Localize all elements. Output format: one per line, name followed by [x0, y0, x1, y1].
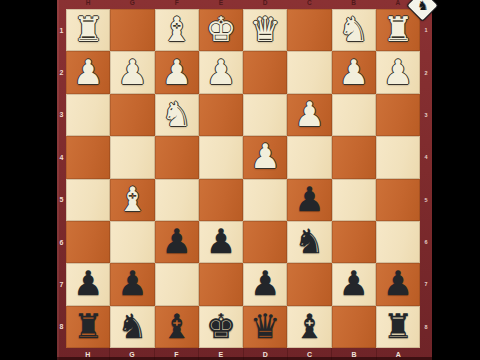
square-f8[interactable]: ♝ [155, 306, 199, 348]
black-pawn-g7: ♟ [117, 266, 147, 300]
rank-label-right-8: 8 [420, 306, 432, 348]
square-f5[interactable] [155, 179, 199, 221]
black-king-e8: ♚ [206, 309, 236, 343]
white-pawn-e2: ♟ [206, 55, 236, 89]
square-d5[interactable] [243, 179, 287, 221]
square-f1[interactable]: ♝ [155, 9, 199, 51]
rank-label-right-7: 7 [420, 263, 432, 305]
square-e4[interactable] [199, 136, 243, 178]
chess-board-frame: HGFEDCBA 12345678 ♜♝♚♛♞♜♟♟♟♟♟♟♞♟♟♝♟♟♟♞♟♟… [57, 0, 432, 360]
rank-label-right-2: 2 [420, 51, 432, 93]
black-pawn-c5: ♟ [294, 182, 324, 216]
white-queen-d1: ♛ [250, 12, 280, 46]
black-queen-d8: ♛ [250, 309, 280, 343]
square-d2[interactable] [243, 51, 287, 93]
square-c8[interactable]: ♝ [287, 306, 331, 348]
square-d4[interactable]: ♟ [243, 136, 287, 178]
square-h8[interactable]: ♜ [66, 306, 110, 348]
square-b3[interactable] [332, 94, 376, 136]
square-f4[interactable] [155, 136, 199, 178]
square-b1[interactable]: ♞ [332, 9, 376, 51]
file-label-bottom-f: F [154, 348, 198, 360]
square-d7[interactable]: ♟ [243, 263, 287, 305]
white-rook-a1: ♜ [383, 12, 413, 46]
square-a8[interactable]: ♜ [376, 306, 420, 348]
white-king-e1: ♚ [206, 12, 236, 46]
file-label-bottom-c: C [287, 348, 331, 360]
black-pawn-h7: ♟ [73, 266, 103, 300]
square-a3[interactable] [376, 94, 420, 136]
square-c7[interactable] [287, 263, 331, 305]
square-f3[interactable]: ♞ [155, 94, 199, 136]
square-a5[interactable] [376, 179, 420, 221]
square-a4[interactable] [376, 136, 420, 178]
rank-label-left-3: 3 [57, 94, 66, 136]
square-e5[interactable] [199, 179, 243, 221]
rank-label-left-8: 8 [57, 306, 66, 348]
square-c4[interactable] [287, 136, 331, 178]
square-a7[interactable]: ♟ [376, 263, 420, 305]
square-e3[interactable] [199, 94, 243, 136]
black-rook-a8: ♜ [383, 309, 413, 343]
square-a1[interactable]: ♜ [376, 9, 420, 51]
square-g7[interactable]: ♟ [110, 263, 154, 305]
square-h3[interactable] [66, 94, 110, 136]
square-h7[interactable]: ♟ [66, 263, 110, 305]
square-h6[interactable] [66, 221, 110, 263]
square-b5[interactable] [332, 179, 376, 221]
black-knight-g8: ♞ [117, 309, 147, 343]
file-label-top-c: C [287, 0, 331, 7]
square-d3[interactable] [243, 94, 287, 136]
black-pawn-d7: ♟ [250, 266, 280, 300]
square-d6[interactable] [243, 221, 287, 263]
file-label-bottom-g: G [109, 348, 153, 360]
square-d8[interactable]: ♛ [243, 306, 287, 348]
video-frame: HGFEDCBA 12345678 ♜♝♚♛♞♜♟♟♟♟♟♟♞♟♟♝♟♟♟♞♟♟… [0, 0, 480, 360]
square-g3[interactable] [110, 94, 154, 136]
letterbox-left [0, 0, 57, 360]
rank-label-left-1: 1 [57, 9, 66, 51]
square-h1[interactable]: ♜ [66, 9, 110, 51]
white-pawn-g2: ♟ [117, 55, 147, 89]
square-g8[interactable]: ♞ [110, 306, 154, 348]
white-pawn-h2: ♟ [73, 55, 103, 89]
square-c2[interactable] [287, 51, 331, 93]
rank-label-right-4: 4 [420, 136, 432, 178]
file-labels-bottom: HGFEDCBA [66, 348, 420, 360]
rank-label-left-4: 4 [57, 136, 66, 178]
file-label-top-f: F [155, 0, 199, 7]
black-rook-h8: ♜ [73, 309, 103, 343]
square-c3[interactable]: ♟ [287, 94, 331, 136]
file-label-bottom-a: A [376, 348, 420, 360]
square-c1[interactable] [287, 9, 331, 51]
rank-label-left-6: 6 [57, 221, 66, 263]
black-pawn-f6: ♟ [161, 224, 191, 258]
square-f6[interactable]: ♟ [155, 221, 199, 263]
file-label-top-g: G [110, 0, 154, 7]
white-knight-b1: ♞ [338, 12, 368, 46]
white-pawn-a2: ♟ [383, 55, 413, 89]
white-pawn-b2: ♟ [338, 55, 368, 89]
rank-label-right-6: 6 [420, 221, 432, 263]
square-b7[interactable]: ♟ [332, 263, 376, 305]
square-c6[interactable]: ♞ [287, 221, 331, 263]
rank-label-right-3: 3 [420, 94, 432, 136]
square-g6[interactable] [110, 221, 154, 263]
rank-labels-right: 12345678 [420, 9, 432, 348]
file-label-bottom-h: H [66, 348, 109, 360]
watermark-knight-glyph: ♞ [417, 0, 429, 12]
square-h4[interactable] [66, 136, 110, 178]
file-labels-top: HGFEDCBA [66, 0, 420, 9]
rank-labels-left: 12345678 [57, 9, 66, 348]
black-bishop-f8: ♝ [161, 309, 191, 343]
letterbox-right [432, 0, 480, 360]
black-knight-c6: ♞ [294, 224, 324, 258]
black-pawn-b7: ♟ [338, 266, 368, 300]
square-g1[interactable] [110, 9, 154, 51]
square-b2[interactable]: ♟ [332, 51, 376, 93]
white-rook-h1: ♜ [73, 12, 103, 46]
black-pawn-e6: ♟ [206, 224, 236, 258]
square-e1[interactable]: ♚ [199, 9, 243, 51]
square-e8[interactable]: ♚ [199, 306, 243, 348]
square-b4[interactable] [332, 136, 376, 178]
file-label-top-h: H [66, 0, 110, 7]
file-label-bottom-b: B [331, 348, 375, 360]
rank-label-right-5: 5 [420, 179, 432, 221]
square-d1[interactable]: ♛ [243, 9, 287, 51]
rank-label-left-7: 7 [57, 263, 66, 305]
file-label-top-b: B [332, 0, 376, 7]
white-pawn-f2: ♟ [161, 55, 191, 89]
square-h2[interactable]: ♟ [66, 51, 110, 93]
square-g4[interactable] [110, 136, 154, 178]
black-pawn-a7: ♟ [383, 266, 413, 300]
square-h5[interactable] [66, 179, 110, 221]
white-pawn-d4: ♟ [250, 139, 280, 173]
square-c5[interactable]: ♟ [287, 179, 331, 221]
white-pawn-c3: ♟ [294, 97, 324, 131]
square-g2[interactable]: ♟ [110, 51, 154, 93]
square-e7[interactable] [199, 263, 243, 305]
file-label-top-e: E [199, 0, 243, 7]
chess-board: ♜♝♚♛♞♜♟♟♟♟♟♟♞♟♟♝♟♟♟♞♟♟♟♟♟♜♞♝♚♛♝♜ [66, 9, 420, 348]
square-b8[interactable] [332, 306, 376, 348]
rank-label-left-5: 5 [57, 179, 66, 221]
white-knight-f3: ♞ [161, 97, 191, 131]
square-a6[interactable] [376, 221, 420, 263]
white-bishop-g5: ♝ [117, 182, 147, 216]
square-b6[interactable] [332, 221, 376, 263]
file-label-top-d: D [243, 0, 287, 7]
rank-label-left-2: 2 [57, 51, 66, 93]
square-a2[interactable]: ♟ [376, 51, 420, 93]
file-label-bottom-e: E [198, 348, 242, 360]
square-f2[interactable]: ♟ [155, 51, 199, 93]
file-label-bottom-d: D [243, 348, 287, 360]
square-f7[interactable] [155, 263, 199, 305]
square-g5[interactable]: ♝ [110, 179, 154, 221]
square-e2[interactable]: ♟ [199, 51, 243, 93]
black-bishop-c8: ♝ [294, 309, 324, 343]
white-bishop-f1: ♝ [161, 12, 191, 46]
square-e6[interactable]: ♟ [199, 221, 243, 263]
